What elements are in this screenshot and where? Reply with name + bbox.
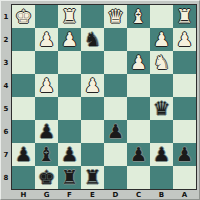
square-a4[interactable] bbox=[173, 74, 196, 97]
file-label-g: G bbox=[35, 190, 58, 200]
square-f6[interactable] bbox=[58, 120, 81, 143]
piece-black-pawn: ♟ bbox=[176, 143, 193, 166]
square-e4[interactable]: ♟ bbox=[81, 74, 104, 97]
file-label-c: C bbox=[127, 190, 150, 200]
square-g1[interactable] bbox=[35, 5, 58, 28]
piece-white-rook: ♜ bbox=[176, 5, 193, 28]
square-h8[interactable] bbox=[12, 166, 35, 189]
file-label-d: D bbox=[104, 190, 127, 200]
square-f3[interactable] bbox=[58, 51, 81, 74]
square-f4[interactable] bbox=[58, 74, 81, 97]
square-h1[interactable]: ♚ bbox=[12, 5, 35, 28]
square-c2[interactable] bbox=[127, 28, 150, 51]
square-f7[interactable]: ♟ bbox=[58, 143, 81, 166]
square-e1[interactable] bbox=[81, 5, 104, 28]
square-g3[interactable] bbox=[35, 51, 58, 74]
rank-label-6: 6 bbox=[1, 120, 11, 143]
piece-white-pawn: ♟ bbox=[130, 51, 147, 74]
square-d2[interactable] bbox=[104, 28, 127, 51]
square-d5[interactable] bbox=[104, 97, 127, 120]
square-b5[interactable]: ♛ bbox=[150, 97, 173, 120]
square-c6[interactable] bbox=[127, 120, 150, 143]
square-e2[interactable]: ♞ bbox=[81, 28, 104, 51]
piece-black-rook: ♜ bbox=[61, 166, 78, 189]
square-g4[interactable]: ♟ bbox=[35, 74, 58, 97]
piece-black-pawn: ♟ bbox=[107, 120, 124, 143]
rank-label-1: 1 bbox=[1, 5, 11, 28]
rank-label-5: 5 bbox=[1, 97, 11, 120]
piece-white-pawn: ♟ bbox=[61, 28, 78, 51]
square-f5[interactable] bbox=[58, 97, 81, 120]
file-label-b: B bbox=[150, 190, 173, 200]
square-e3[interactable] bbox=[81, 51, 104, 74]
square-d3[interactable] bbox=[104, 51, 127, 74]
square-a8[interactable] bbox=[173, 166, 196, 189]
chess-board: ♚♜♛♝♜♟♟♞♟♟♟♞♟♟♛♟♟♟♝♟♟♟♟♚♜♜ bbox=[12, 5, 196, 189]
piece-white-pawn: ♟ bbox=[176, 28, 193, 51]
square-h6[interactable] bbox=[12, 120, 35, 143]
square-h7[interactable]: ♟ bbox=[12, 143, 35, 166]
piece-white-knight: ♞ bbox=[153, 51, 170, 74]
square-c7[interactable]: ♟ bbox=[127, 143, 150, 166]
square-a1[interactable]: ♜ bbox=[173, 5, 196, 28]
piece-black-queen: ♛ bbox=[153, 97, 170, 120]
piece-white-pawn: ♟ bbox=[38, 28, 55, 51]
square-h2[interactable] bbox=[12, 28, 35, 51]
square-g5[interactable] bbox=[35, 97, 58, 120]
rank-labels: 12345678 bbox=[1, 5, 11, 189]
square-g2[interactable]: ♟ bbox=[35, 28, 58, 51]
square-a5[interactable] bbox=[173, 97, 196, 120]
piece-black-bishop: ♝ bbox=[38, 143, 55, 166]
square-c8[interactable] bbox=[127, 166, 150, 189]
square-c3[interactable]: ♟ bbox=[127, 51, 150, 74]
square-c4[interactable] bbox=[127, 74, 150, 97]
square-e5[interactable] bbox=[81, 97, 104, 120]
square-g7[interactable]: ♝ bbox=[35, 143, 58, 166]
rank-label-7: 7 bbox=[1, 143, 11, 166]
square-h3[interactable] bbox=[12, 51, 35, 74]
piece-black-pawn: ♟ bbox=[153, 143, 170, 166]
file-labels: HGFEDCBA bbox=[12, 190, 196, 200]
square-a7[interactable]: ♟ bbox=[173, 143, 196, 166]
square-d7[interactable] bbox=[104, 143, 127, 166]
square-f1[interactable]: ♜ bbox=[58, 5, 81, 28]
piece-white-pawn: ♟ bbox=[84, 74, 101, 97]
square-g8[interactable]: ♚ bbox=[35, 166, 58, 189]
rank-label-4: 4 bbox=[1, 74, 11, 97]
square-a6[interactable] bbox=[173, 120, 196, 143]
piece-black-pawn: ♟ bbox=[15, 143, 32, 166]
square-c1[interactable]: ♝ bbox=[127, 5, 150, 28]
rank-label-3: 3 bbox=[1, 51, 11, 74]
file-label-f: F bbox=[58, 190, 81, 200]
square-d6[interactable]: ♟ bbox=[104, 120, 127, 143]
square-d1[interactable]: ♛ bbox=[104, 5, 127, 28]
square-a3[interactable] bbox=[173, 51, 196, 74]
piece-black-king: ♚ bbox=[38, 166, 55, 189]
piece-black-pawn: ♟ bbox=[61, 143, 78, 166]
piece-white-rook: ♜ bbox=[61, 5, 78, 28]
file-label-h: H bbox=[12, 190, 35, 200]
square-d4[interactable] bbox=[104, 74, 127, 97]
square-b3[interactable]: ♞ bbox=[150, 51, 173, 74]
square-b4[interactable] bbox=[150, 74, 173, 97]
square-h4[interactable] bbox=[12, 74, 35, 97]
square-e7[interactable] bbox=[81, 143, 104, 166]
piece-black-pawn: ♟ bbox=[38, 120, 55, 143]
square-b6[interactable] bbox=[150, 120, 173, 143]
square-b1[interactable] bbox=[150, 5, 173, 28]
square-d8[interactable] bbox=[104, 166, 127, 189]
piece-black-rook: ♜ bbox=[84, 166, 101, 189]
square-e6[interactable] bbox=[81, 120, 104, 143]
piece-black-pawn: ♟ bbox=[130, 143, 147, 166]
square-g6[interactable]: ♟ bbox=[35, 120, 58, 143]
piece-white-bishop: ♝ bbox=[130, 5, 147, 28]
piece-black-knight: ♞ bbox=[84, 28, 101, 51]
rank-label-8: 8 bbox=[1, 166, 11, 189]
board-border: ♚♜♛♝♜♟♟♞♟♟♟♞♟♟♛♟♟♟♝♟♟♟♟♚♜♜ bbox=[11, 4, 197, 190]
file-label-a: A bbox=[173, 190, 196, 200]
square-e8[interactable]: ♜ bbox=[81, 166, 104, 189]
square-b7[interactable]: ♟ bbox=[150, 143, 173, 166]
square-h5[interactable] bbox=[12, 97, 35, 120]
square-b8[interactable] bbox=[150, 166, 173, 189]
square-a2[interactable]: ♟ bbox=[173, 28, 196, 51]
square-f2[interactable]: ♟ bbox=[58, 28, 81, 51]
chess-board-panel: 12345678 ♚♜♛♝♜♟♟♞♟♟♟♞♟♟♛♟♟♟♝♟♟♟♟♚♜♜ HGFE… bbox=[0, 0, 200, 200]
file-label-e: E bbox=[81, 190, 104, 200]
piece-white-pawn: ♟ bbox=[38, 74, 55, 97]
square-f8[interactable]: ♜ bbox=[58, 166, 81, 189]
piece-white-queen: ♛ bbox=[107, 5, 124, 28]
square-c5[interactable] bbox=[127, 97, 150, 120]
square-b2[interactable]: ♟ bbox=[150, 28, 173, 51]
piece-white-pawn: ♟ bbox=[153, 28, 170, 51]
piece-white-king: ♚ bbox=[15, 5, 32, 28]
rank-label-2: 2 bbox=[1, 28, 11, 51]
